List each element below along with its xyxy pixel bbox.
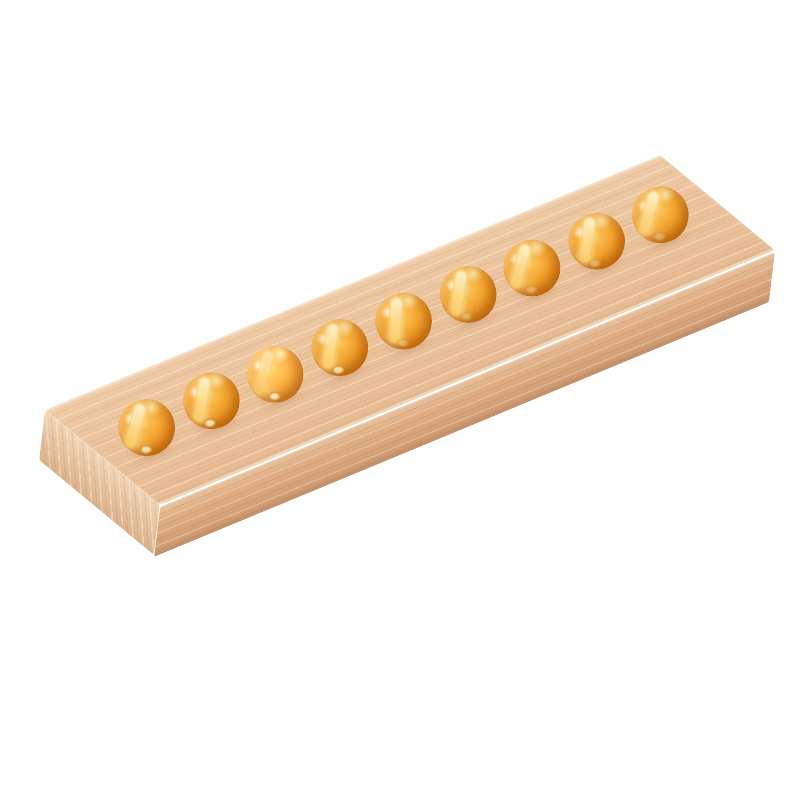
product-photo-scene: ●●●●●●●●●	[0, 0, 800, 800]
bead-hole-opening	[203, 418, 216, 428]
bead-hole-opening	[267, 391, 280, 401]
bead-hole-opening	[139, 444, 152, 454]
bead-hole-opening	[396, 338, 409, 348]
bead-hole-opening	[524, 285, 537, 295]
bead-hole-opening	[588, 258, 601, 268]
bead-hole-opening	[460, 311, 473, 321]
amber-bead-9[interactable]: ●	[623, 177, 697, 251]
bead-hole-opening	[653, 232, 666, 242]
bead-hole-opening	[332, 365, 345, 375]
